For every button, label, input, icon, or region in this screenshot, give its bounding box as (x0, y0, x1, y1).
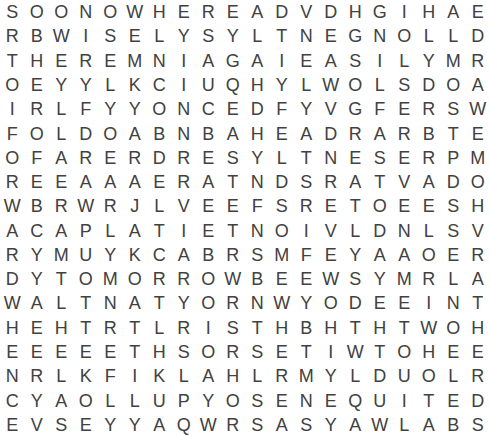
grid-cell-r9c10[interactable]: E (221, 194, 246, 218)
grid-cell-r17c2[interactable]: Y (25, 388, 50, 412)
grid-cell-r6c15[interactable]: R (343, 121, 368, 145)
grid-cell-r6c2[interactable]: O (25, 121, 50, 145)
grid-cell-r7c17[interactable]: E (392, 146, 417, 170)
grid-cell-r1c6[interactable]: W (123, 0, 148, 24)
grid-cell-r15c5[interactable]: E (98, 340, 123, 364)
grid-cell-r17c9[interactable]: Y (196, 388, 221, 412)
grid-cell-r8c9[interactable]: A (196, 170, 221, 194)
grid-cell-r14c6[interactable]: T (123, 316, 148, 340)
grid-cell-r12c3[interactable]: T (49, 267, 74, 291)
grid-cell-r14c18[interactable]: W (417, 316, 442, 340)
grid-cell-r11c12[interactable]: M (270, 243, 295, 267)
grid-cell-r10c9[interactable]: E (196, 219, 221, 243)
grid-cell-r4c4[interactable]: Y (74, 73, 99, 97)
grid-cell-r18c14[interactable]: Y (319, 413, 344, 437)
grid-cell-r5c3[interactable]: L (49, 97, 74, 121)
grid-cell-r11c4[interactable]: U (74, 243, 99, 267)
grid-cell-r15c13[interactable]: T (294, 340, 319, 364)
grid-cell-r5c7[interactable]: O (147, 97, 172, 121)
grid-cell-r3c12[interactable]: I (270, 49, 295, 73)
grid-cell-r12c8[interactable]: R (172, 267, 197, 291)
grid-cell-r2c13[interactable]: N (294, 24, 319, 48)
grid-cell-r18c16[interactable]: W (368, 413, 393, 437)
grid-cell-r7c20[interactable]: M (466, 146, 490, 170)
grid-cell-r6c14[interactable]: D (319, 121, 344, 145)
grid-cell-r4c5[interactable]: L (98, 73, 123, 97)
grid-cell-r15c19[interactable]: E (441, 340, 466, 364)
grid-cell-r13c17[interactable]: E (392, 291, 417, 315)
grid-cell-r17c18[interactable]: T (417, 388, 442, 412)
grid-cell-r5c4[interactable]: F (74, 97, 99, 121)
grid-cell-r6c18[interactable]: B (417, 121, 442, 145)
grid-cell-r12c13[interactable]: E (294, 267, 319, 291)
grid-cell-r14c16[interactable]: H (368, 316, 393, 340)
grid-cell-r6c5[interactable]: O (98, 121, 123, 145)
grid-cell-r6c17[interactable]: R (392, 121, 417, 145)
grid-cell-r6c1[interactable]: F (0, 121, 25, 145)
grid-cell-r2c2[interactable]: B (25, 24, 50, 48)
grid-cell-r8c6[interactable]: A (123, 170, 148, 194)
grid-cell-r13c8[interactable]: Y (172, 291, 197, 315)
grid-cell-r17c15[interactable]: Q (343, 388, 368, 412)
grid-cell-r9c19[interactable]: S (441, 194, 466, 218)
grid-cell-r17c3[interactable]: A (49, 388, 74, 412)
grid-cell-r3c1[interactable]: T (0, 49, 25, 73)
grid-cell-r13c1[interactable]: W (0, 291, 25, 315)
grid-cell-r1c4[interactable]: N (74, 0, 99, 24)
grid-cell-r5c16[interactable]: F (368, 97, 393, 121)
grid-cell-r4c11[interactable]: H (245, 73, 270, 97)
grid-cell-r16c18[interactable]: O (417, 364, 442, 388)
grid-cell-r10c2[interactable]: C (25, 219, 50, 243)
grid-cell-r18c2[interactable]: V (25, 413, 50, 437)
grid-cell-r6c6[interactable]: A (123, 121, 148, 145)
grid-cell-r2c11[interactable]: L (245, 24, 270, 48)
grid-cell-r2c6[interactable]: E (123, 24, 148, 48)
grid-cell-r18c20[interactable]: S (466, 413, 490, 437)
grid-cell-r2c10[interactable]: Y (221, 24, 246, 48)
grid-cell-r7c2[interactable]: F (25, 146, 50, 170)
grid-cell-r16c16[interactable]: D (368, 364, 393, 388)
grid-cell-r11c7[interactable]: C (147, 243, 172, 267)
grid-cell-r10c6[interactable]: A (123, 219, 148, 243)
grid-cell-r14c5[interactable]: R (98, 316, 123, 340)
grid-cell-r4c10[interactable]: Q (221, 73, 246, 97)
grid-cell-r10c16[interactable]: D (368, 219, 393, 243)
grid-cell-r7c16[interactable]: S (368, 146, 393, 170)
grid-cell-r2c1[interactable]: R (0, 24, 25, 48)
grid-cell-r6c8[interactable]: N (172, 121, 197, 145)
grid-cell-r11c1[interactable]: R (0, 243, 25, 267)
grid-cell-r4c18[interactable]: D (417, 73, 442, 97)
grid-cell-r12c14[interactable]: W (319, 267, 344, 291)
grid-cell-r12c17[interactable]: M (392, 267, 417, 291)
grid-cell-r17c16[interactable]: U (368, 388, 393, 412)
grid-cell-r1c19[interactable]: A (441, 0, 466, 24)
grid-cell-r8c13[interactable]: S (294, 170, 319, 194)
grid-cell-r3c20[interactable]: R (466, 49, 490, 73)
grid-cell-r2c18[interactable]: L (417, 24, 442, 48)
grid-cell-r4c2[interactable]: E (25, 73, 50, 97)
grid-cell-r18c3[interactable]: S (49, 413, 74, 437)
grid-cell-r8c7[interactable]: E (147, 170, 172, 194)
grid-cell-r8c11[interactable]: N (245, 170, 270, 194)
grid-cell-r18c13[interactable]: S (294, 413, 319, 437)
grid-cell-r13c3[interactable]: L (49, 291, 74, 315)
grid-cell-r12c9[interactable]: O (196, 267, 221, 291)
grid-cell-r12c11[interactable]: B (245, 267, 270, 291)
grid-cell-r8c4[interactable]: A (74, 170, 99, 194)
grid-cell-r5c15[interactable]: G (343, 97, 368, 121)
grid-cell-r3c17[interactable]: L (392, 49, 417, 73)
grid-cell-r10c1[interactable]: A (0, 219, 25, 243)
grid-cell-r17c1[interactable]: C (0, 388, 25, 412)
grid-cell-r18c7[interactable]: A (147, 413, 172, 437)
grid-cell-r13c13[interactable]: Y (294, 291, 319, 315)
grid-cell-r12c4[interactable]: O (74, 267, 99, 291)
grid-cell-r8c3[interactable]: E (49, 170, 74, 194)
grid-cell-r15c7[interactable]: H (147, 340, 172, 364)
grid-cell-r4c20[interactable]: A (466, 73, 490, 97)
grid-cell-r16c7[interactable]: K (147, 364, 172, 388)
grid-cell-r2c5[interactable]: S (98, 24, 123, 48)
grid-cell-r2c4[interactable]: I (74, 24, 99, 48)
grid-cell-r17c13[interactable]: N (294, 388, 319, 412)
grid-cell-r11c13[interactable]: F (294, 243, 319, 267)
grid-cell-r8c12[interactable]: D (270, 170, 295, 194)
grid-cell-r11c5[interactable]: Y (98, 243, 123, 267)
grid-cell-r9c13[interactable]: R (294, 194, 319, 218)
grid-cell-r14c19[interactable]: O (441, 316, 466, 340)
grid-cell-r7c13[interactable]: T (294, 146, 319, 170)
grid-cell-r9c18[interactable]: E (417, 194, 442, 218)
grid-cell-r15c16[interactable]: T (368, 340, 393, 364)
grid-cell-r13c7[interactable]: T (147, 291, 172, 315)
grid-cell-r15c14[interactable]: I (319, 340, 344, 364)
grid-cell-r16c1[interactable]: N (0, 364, 25, 388)
grid-cell-r16c13[interactable]: M (294, 364, 319, 388)
grid-cell-r10c3[interactable]: A (49, 219, 74, 243)
grid-cell-r10c8[interactable]: I (172, 219, 197, 243)
grid-cell-r9c7[interactable]: L (147, 194, 172, 218)
grid-cell-r9c11[interactable]: F (245, 194, 270, 218)
grid-cell-r5c2[interactable]: R (25, 97, 50, 121)
grid-cell-r7c6[interactable]: R (123, 146, 148, 170)
grid-cell-r16c19[interactable]: L (441, 364, 466, 388)
grid-cell-r12c19[interactable]: L (441, 267, 466, 291)
grid-cell-r1c3[interactable]: O (49, 0, 74, 24)
grid-cell-r1c18[interactable]: H (417, 0, 442, 24)
grid-cell-r14c8[interactable]: R (172, 316, 197, 340)
grid-cell-r1c14[interactable]: D (319, 0, 344, 24)
grid-cell-r17c11[interactable]: S (245, 388, 270, 412)
grid-cell-r3c15[interactable]: S (343, 49, 368, 73)
grid-cell-r2c7[interactable]: L (147, 24, 172, 48)
grid-cell-r8c19[interactable]: D (441, 170, 466, 194)
grid-cell-r1c16[interactable]: G (368, 0, 393, 24)
grid-cell-r3c16[interactable]: I (368, 49, 393, 73)
grid-cell-r14c10[interactable]: S (221, 316, 246, 340)
grid-cell-r9c15[interactable]: T (343, 194, 368, 218)
grid-cell-r9c14[interactable]: E (319, 194, 344, 218)
grid-cell-r5c13[interactable]: Y (294, 97, 319, 121)
grid-cell-r1c5[interactable]: O (98, 0, 123, 24)
grid-cell-r3c3[interactable]: E (49, 49, 74, 73)
grid-cell-r16c2[interactable]: R (25, 364, 50, 388)
grid-cell-r3c13[interactable]: E (294, 49, 319, 73)
grid-cell-r4c6[interactable]: K (123, 73, 148, 97)
grid-cell-r5c12[interactable]: F (270, 97, 295, 121)
grid-cell-r16c20[interactable]: R (466, 364, 490, 388)
grid-cell-r1c17[interactable]: I (392, 0, 417, 24)
grid-cell-r1c7[interactable]: H (147, 0, 172, 24)
grid-cell-r4c12[interactable]: Y (270, 73, 295, 97)
grid-cell-r4c14[interactable]: W (319, 73, 344, 97)
grid-cell-r4c16[interactable]: L (368, 73, 393, 97)
grid-cell-r5c18[interactable]: R (417, 97, 442, 121)
grid-cell-r6c12[interactable]: E (270, 121, 295, 145)
grid-cell-r8c5[interactable]: A (98, 170, 123, 194)
grid-cell-r6c16[interactable]: A (368, 121, 393, 145)
grid-cell-r10c11[interactable]: N (245, 219, 270, 243)
grid-cell-r8c1[interactable]: R (0, 170, 25, 194)
grid-cell-r9c4[interactable]: W (74, 194, 99, 218)
grid-cell-r18c17[interactable]: L (392, 413, 417, 437)
grid-cell-r14c14[interactable]: H (319, 316, 344, 340)
grid-cell-r6c10[interactable]: A (221, 121, 246, 145)
grid-cell-r17c6[interactable]: L (123, 388, 148, 412)
grid-cell-r11c19[interactable]: E (441, 243, 466, 267)
grid-cell-r5c9[interactable]: C (196, 97, 221, 121)
grid-cell-r7c8[interactable]: R (172, 146, 197, 170)
grid-cell-r15c17[interactable]: O (392, 340, 417, 364)
grid-cell-r12c5[interactable]: M (98, 267, 123, 291)
grid-cell-r4c13[interactable]: L (294, 73, 319, 97)
grid-cell-r1c2[interactable]: O (25, 0, 50, 24)
grid-cell-r9c17[interactable]: E (392, 194, 417, 218)
grid-cell-r12c1[interactable]: D (0, 267, 25, 291)
grid-cell-r15c1[interactable]: E (0, 340, 25, 364)
grid-cell-r16c10[interactable]: H (221, 364, 246, 388)
grid-cell-r15c2[interactable]: E (25, 340, 50, 364)
grid-cell-r3c9[interactable]: A (196, 49, 221, 73)
grid-cell-r9c9[interactable]: E (196, 194, 221, 218)
grid-cell-r13c14[interactable]: O (319, 291, 344, 315)
grid-cell-r6c11[interactable]: H (245, 121, 270, 145)
grid-cell-r7c1[interactable]: O (0, 146, 25, 170)
grid-cell-r3c5[interactable]: E (98, 49, 123, 73)
grid-cell-r18c12[interactable]: A (270, 413, 295, 437)
grid-cell-r13c5[interactable]: N (98, 291, 123, 315)
grid-cell-r13c15[interactable]: D (343, 291, 368, 315)
grid-cell-r16c9[interactable]: A (196, 364, 221, 388)
grid-cell-r12c7[interactable]: R (147, 267, 172, 291)
grid-cell-r3c4[interactable]: R (74, 49, 99, 73)
grid-cell-r14c1[interactable]: H (0, 316, 25, 340)
grid-cell-r2c17[interactable]: O (392, 24, 417, 48)
grid-cell-r10c10[interactable]: T (221, 219, 246, 243)
grid-cell-r8c2[interactable]: E (25, 170, 50, 194)
grid-cell-r5c8[interactable]: N (172, 97, 197, 121)
grid-cell-r3c10[interactable]: G (221, 49, 246, 73)
grid-cell-r7c4[interactable]: R (74, 146, 99, 170)
grid-cell-r2c12[interactable]: T (270, 24, 295, 48)
grid-cell-r7c18[interactable]: R (417, 146, 442, 170)
grid-cell-r12c10[interactable]: W (221, 267, 246, 291)
grid-cell-r10c20[interactable]: V (466, 219, 490, 243)
grid-cell-r14c4[interactable]: T (74, 316, 99, 340)
grid-cell-r16c12[interactable]: R (270, 364, 295, 388)
grid-cell-r18c9[interactable]: W (196, 413, 221, 437)
grid-cell-r1c12[interactable]: D (270, 0, 295, 24)
grid-cell-r17c7[interactable]: U (147, 388, 172, 412)
grid-cell-r17c19[interactable]: E (441, 388, 466, 412)
grid-cell-r14c11[interactable]: T (245, 316, 270, 340)
grid-cell-r14c9[interactable]: I (196, 316, 221, 340)
grid-cell-r10c5[interactable]: L (98, 219, 123, 243)
grid-cell-r9c6[interactable]: J (123, 194, 148, 218)
grid-cell-r11c16[interactable]: A (368, 243, 393, 267)
grid-cell-r12c18[interactable]: R (417, 267, 442, 291)
grid-cell-r7c10[interactable]: S (221, 146, 246, 170)
grid-cell-r2c16[interactable]: N (368, 24, 393, 48)
grid-cell-r1c10[interactable]: E (221, 0, 246, 24)
grid-cell-r10c4[interactable]: P (74, 219, 99, 243)
grid-cell-r5c14[interactable]: V (319, 97, 344, 121)
grid-cell-r17c17[interactable]: I (392, 388, 417, 412)
grid-cell-r3c11[interactable]: A (245, 49, 270, 73)
grid-cell-r13c2[interactable]: A (25, 291, 50, 315)
grid-cell-r18c6[interactable]: Y (123, 413, 148, 437)
grid-cell-r9c3[interactable]: R (49, 194, 74, 218)
grid-cell-r16c3[interactable]: L (49, 364, 74, 388)
grid-cell-r11c2[interactable]: Y (25, 243, 50, 267)
grid-cell-r12c12[interactable]: E (270, 267, 295, 291)
grid-cell-r3c7[interactable]: N (147, 49, 172, 73)
grid-cell-r2c19[interactable]: L (441, 24, 466, 48)
grid-cell-r3c2[interactable]: H (25, 49, 50, 73)
grid-cell-r4c3[interactable]: Y (49, 73, 74, 97)
grid-cell-r15c10[interactable]: R (221, 340, 246, 364)
grid-cell-r18c4[interactable]: E (74, 413, 99, 437)
grid-cell-r5c5[interactable]: Y (98, 97, 123, 121)
grid-cell-r12c20[interactable]: A (466, 267, 490, 291)
grid-cell-r18c15[interactable]: A (343, 413, 368, 437)
grid-cell-r7c15[interactable]: E (343, 146, 368, 170)
grid-cell-r17c12[interactable]: E (270, 388, 295, 412)
grid-cell-r2c14[interactable]: E (319, 24, 344, 48)
grid-cell-r11c17[interactable]: A (392, 243, 417, 267)
grid-cell-r6c9[interactable]: B (196, 121, 221, 145)
grid-cell-r13c10[interactable]: R (221, 291, 246, 315)
grid-cell-r8c20[interactable]: O (466, 170, 490, 194)
grid-cell-r15c8[interactable]: S (172, 340, 197, 364)
grid-cell-r4c9[interactable]: U (196, 73, 221, 97)
grid-cell-r11c8[interactable]: A (172, 243, 197, 267)
grid-cell-r4c1[interactable]: O (0, 73, 25, 97)
grid-cell-r3c18[interactable]: Y (417, 49, 442, 73)
grid-cell-r15c9[interactable]: O (196, 340, 221, 364)
grid-cell-r17c20[interactable]: D (466, 388, 490, 412)
grid-cell-r15c6[interactable]: T (123, 340, 148, 364)
grid-cell-r7c19[interactable]: P (441, 146, 466, 170)
grid-cell-r10c15[interactable]: L (343, 219, 368, 243)
grid-cell-r3c6[interactable]: M (123, 49, 148, 73)
grid-cell-r17c4[interactable]: O (74, 388, 99, 412)
grid-cell-r7c5[interactable]: E (98, 146, 123, 170)
grid-cell-r8c10[interactable]: T (221, 170, 246, 194)
grid-cell-r13c20[interactable]: T (466, 291, 490, 315)
grid-cell-r12c6[interactable]: O (123, 267, 148, 291)
grid-cell-r15c4[interactable]: E (74, 340, 99, 364)
grid-cell-r11c6[interactable]: K (123, 243, 148, 267)
grid-cell-r4c7[interactable]: C (147, 73, 172, 97)
grid-cell-r10c13[interactable]: I (294, 219, 319, 243)
grid-cell-r1c9[interactable]: R (196, 0, 221, 24)
grid-cell-r13c11[interactable]: N (245, 291, 270, 315)
grid-cell-r11c15[interactable]: Y (343, 243, 368, 267)
grid-cell-r16c8[interactable]: L (172, 364, 197, 388)
grid-cell-r5c20[interactable]: W (466, 97, 490, 121)
grid-cell-r4c8[interactable]: I (172, 73, 197, 97)
grid-cell-r13c12[interactable]: W (270, 291, 295, 315)
grid-cell-r1c11[interactable]: A (245, 0, 270, 24)
grid-cell-r18c8[interactable]: Q (172, 413, 197, 437)
grid-cell-r18c11[interactable]: S (245, 413, 270, 437)
grid-cell-r13c9[interactable]: O (196, 291, 221, 315)
grid-cell-r16c11[interactable]: L (245, 364, 270, 388)
grid-cell-r2c9[interactable]: S (196, 24, 221, 48)
grid-cell-r8c17[interactable]: V (392, 170, 417, 194)
grid-cell-r11c14[interactable]: E (319, 243, 344, 267)
grid-cell-r14c17[interactable]: T (392, 316, 417, 340)
grid-cell-r14c15[interactable]: T (343, 316, 368, 340)
grid-cell-r9c1[interactable]: W (0, 194, 25, 218)
grid-cell-r10c17[interactable]: N (392, 219, 417, 243)
grid-cell-r18c1[interactable]: E (0, 413, 25, 437)
grid-cell-r8c18[interactable]: A (417, 170, 442, 194)
grid-cell-r16c14[interactable]: Y (319, 364, 344, 388)
grid-cell-r11c20[interactable]: R (466, 243, 490, 267)
grid-cell-r3c14[interactable]: A (319, 49, 344, 73)
grid-cell-r7c11[interactable]: Y (245, 146, 270, 170)
grid-cell-r18c5[interactable]: Y (98, 413, 123, 437)
grid-cell-r5c19[interactable]: S (441, 97, 466, 121)
grid-cell-r13c6[interactable]: A (123, 291, 148, 315)
grid-cell-r17c10[interactable]: O (221, 388, 246, 412)
grid-cell-r6c19[interactable]: T (441, 121, 466, 145)
grid-cell-r11c11[interactable]: S (245, 243, 270, 267)
grid-cell-r1c15[interactable]: H (343, 0, 368, 24)
grid-cell-r10c7[interactable]: T (147, 219, 172, 243)
grid-cell-r17c14[interactable]: E (319, 388, 344, 412)
grid-cell-r2c8[interactable]: Y (172, 24, 197, 48)
grid-cell-r5c17[interactable]: E (392, 97, 417, 121)
grid-cell-r1c20[interactable]: E (466, 0, 490, 24)
grid-cell-r3c19[interactable]: M (441, 49, 466, 73)
grid-cell-r16c17[interactable]: U (392, 364, 417, 388)
grid-cell-r8c15[interactable]: A (343, 170, 368, 194)
grid-cell-r1c1[interactable]: S (0, 0, 25, 24)
grid-cell-r5c11[interactable]: D (245, 97, 270, 121)
grid-cell-r12c16[interactable]: Y (368, 267, 393, 291)
grid-cell-r15c12[interactable]: E (270, 340, 295, 364)
grid-cell-r4c17[interactable]: S (392, 73, 417, 97)
grid-cell-r12c2[interactable]: Y (25, 267, 50, 291)
grid-cell-r6c7[interactable]: B (147, 121, 172, 145)
grid-cell-r18c19[interactable]: B (441, 413, 466, 437)
grid-cell-r2c20[interactable]: D (466, 24, 490, 48)
